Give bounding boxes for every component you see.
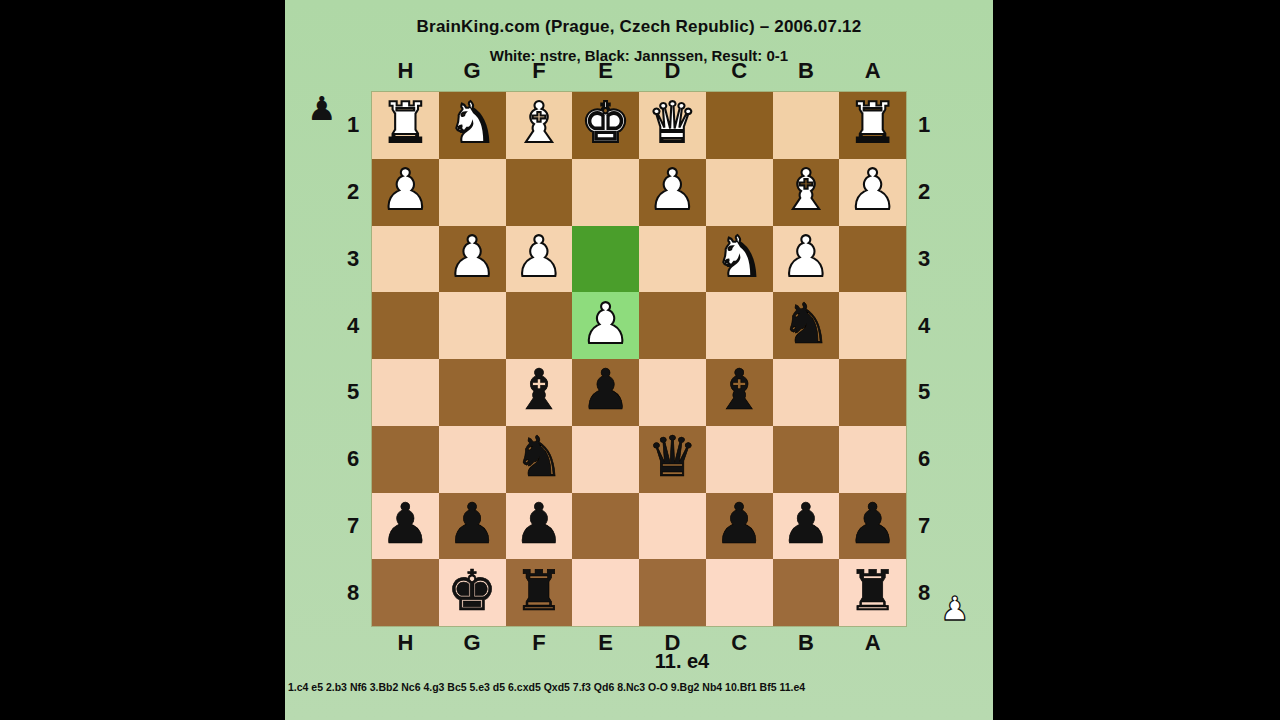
square-f1[interactable]: ♝ (506, 92, 573, 159)
square-g8[interactable]: ♚ (439, 559, 506, 626)
piece-black-bishop[interactable]: ♝ (714, 362, 764, 418)
piece-black-rook[interactable]: ♜ (848, 563, 898, 619)
square-e4[interactable]: ♟ (572, 292, 639, 359)
piece-white-rook[interactable]: ♜ (380, 95, 430, 151)
current-move-label: 11. e4 (415, 650, 949, 673)
piece-black-knight[interactable]: ♞ (781, 296, 831, 352)
square-f7[interactable]: ♟ (506, 493, 573, 560)
piece-white-knight[interactable]: ♞ (714, 229, 764, 285)
captured-black-pawn: ♟ (307, 92, 337, 125)
square-g4[interactable] (439, 292, 506, 359)
piece-white-king[interactable]: ♚ (581, 95, 631, 151)
square-c5[interactable]: ♝ (706, 359, 773, 426)
file-labels-top: HGFEDCBA (372, 58, 906, 84)
rank-labels-left: 12345678 (340, 92, 366, 626)
piece-black-knight[interactable]: ♞ (514, 429, 564, 485)
file-label-f: F (506, 58, 573, 84)
square-c2[interactable] (706, 159, 773, 226)
piece-white-pawn[interactable]: ♟ (581, 296, 631, 352)
rank-label-6: 6 (340, 426, 366, 493)
square-g5[interactable] (439, 359, 506, 426)
square-b1[interactable] (773, 92, 840, 159)
square-h1[interactable]: ♜ (372, 92, 439, 159)
square-d8[interactable] (639, 559, 706, 626)
square-f3[interactable]: ♟ (506, 226, 573, 293)
rank-label-8: 8 (911, 559, 937, 626)
square-c6[interactable] (706, 426, 773, 493)
square-g1[interactable]: ♞ (439, 92, 506, 159)
piece-white-bishop[interactable]: ♝ (781, 162, 831, 218)
piece-white-pawn[interactable]: ♟ (647, 162, 697, 218)
square-d7[interactable] (639, 493, 706, 560)
square-h6[interactable] (372, 426, 439, 493)
piece-black-pawn[interactable]: ♟ (380, 496, 430, 552)
rank-label-7: 7 (340, 493, 366, 560)
square-e2[interactable] (572, 159, 639, 226)
file-label-d: D (639, 58, 706, 84)
square-c8[interactable] (706, 559, 773, 626)
piece-black-pawn[interactable]: ♟ (447, 496, 497, 552)
square-f5[interactable]: ♝ (506, 359, 573, 426)
game-area: BrainKing.com (Prague, Czech Republic) –… (285, 0, 993, 720)
file-label-a: A (839, 58, 906, 84)
rank-labels-right: 12345678 (911, 92, 937, 626)
rank-label-2: 2 (340, 159, 366, 226)
square-a1[interactable]: ♜ (839, 92, 906, 159)
square-e1[interactable]: ♚ (572, 92, 639, 159)
square-d3[interactable] (639, 226, 706, 293)
piece-black-pawn[interactable]: ♟ (514, 496, 564, 552)
square-h8[interactable] (372, 559, 439, 626)
square-b7[interactable]: ♟ (773, 493, 840, 560)
square-c7[interactable]: ♟ (706, 493, 773, 560)
file-label-c: C (706, 58, 773, 84)
square-b8[interactable] (773, 559, 840, 626)
square-g7[interactable]: ♟ (439, 493, 506, 560)
file-label-g: G (439, 58, 506, 84)
square-d4[interactable] (639, 292, 706, 359)
piece-white-knight[interactable]: ♞ (447, 95, 497, 151)
captured-white-pawn: ♟ (940, 592, 970, 625)
piece-white-pawn[interactable]: ♟ (447, 229, 497, 285)
rank-label-4: 4 (340, 292, 366, 359)
square-e8[interactable] (572, 559, 639, 626)
square-c3[interactable]: ♞ (706, 226, 773, 293)
square-h4[interactable] (372, 292, 439, 359)
rank-label-1: 1 (911, 92, 937, 159)
piece-black-king[interactable]: ♚ (447, 563, 497, 619)
square-f8[interactable]: ♜ (506, 559, 573, 626)
square-e5[interactable]: ♟ (572, 359, 639, 426)
square-d6[interactable]: ♛ (639, 426, 706, 493)
square-a5[interactable] (839, 359, 906, 426)
page-title: BrainKing.com (Prague, Czech Republic) –… (285, 17, 993, 37)
square-a7[interactable]: ♟ (839, 493, 906, 560)
square-e3[interactable] (572, 226, 639, 293)
rank-label-4: 4 (911, 292, 937, 359)
rank-label-5: 5 (911, 359, 937, 426)
rank-label-1: 1 (340, 92, 366, 159)
square-a4[interactable] (839, 292, 906, 359)
square-h2[interactable]: ♟ (372, 159, 439, 226)
square-g6[interactable] (439, 426, 506, 493)
square-h3[interactable] (372, 226, 439, 293)
square-a3[interactable] (839, 226, 906, 293)
file-label-h: H (372, 58, 439, 84)
square-b3[interactable]: ♟ (773, 226, 840, 293)
square-d5[interactable] (639, 359, 706, 426)
file-label-b: B (773, 58, 840, 84)
rank-label-7: 7 (911, 493, 937, 560)
piece-black-pawn[interactable]: ♟ (714, 496, 764, 552)
square-b5[interactable] (773, 359, 840, 426)
rank-label-3: 3 (911, 226, 937, 293)
square-e6[interactable] (572, 426, 639, 493)
square-d1[interactable]: ♛ (639, 92, 706, 159)
square-c4[interactable] (706, 292, 773, 359)
piece-white-pawn[interactable]: ♟ (781, 229, 831, 285)
rank-label-8: 8 (340, 559, 366, 626)
piece-black-pawn[interactable]: ♟ (781, 496, 831, 552)
square-b2[interactable]: ♝ (773, 159, 840, 226)
move-list: 1.c4 e5 2.b3 Nf6 3.Bb2 Nc6 4.g3 Bc5 5.e3… (288, 681, 988, 693)
piece-white-bishop[interactable]: ♝ (514, 95, 564, 151)
chess-board: ♜♞♝♚♛♜♟♟♝♟♟♟♞♟♟♞♝♟♝♞♛♟♟♟♟♟♟♚♜♜ (372, 92, 906, 626)
square-h5[interactable] (372, 359, 439, 426)
square-h7[interactable]: ♟ (372, 493, 439, 560)
rank-label-3: 3 (340, 226, 366, 293)
piece-white-pawn[interactable]: ♟ (848, 162, 898, 218)
piece-black-bishop[interactable]: ♝ (514, 362, 564, 418)
piece-black-pawn[interactable]: ♟ (581, 362, 631, 418)
square-d2[interactable]: ♟ (639, 159, 706, 226)
square-f4[interactable] (506, 292, 573, 359)
rank-label-6: 6 (911, 426, 937, 493)
square-a2[interactable]: ♟ (839, 159, 906, 226)
square-b4[interactable]: ♞ (773, 292, 840, 359)
piece-white-queen[interactable]: ♛ (647, 95, 697, 151)
rank-label-5: 5 (340, 359, 366, 426)
piece-black-pawn[interactable]: ♟ (848, 496, 898, 552)
square-a6[interactable] (839, 426, 906, 493)
square-g3[interactable]: ♟ (439, 226, 506, 293)
piece-black-queen[interactable]: ♛ (647, 429, 697, 485)
square-a8[interactable]: ♜ (839, 559, 906, 626)
square-c1[interactable] (706, 92, 773, 159)
piece-white-pawn[interactable]: ♟ (514, 229, 564, 285)
square-f2[interactable] (506, 159, 573, 226)
square-g2[interactable] (439, 159, 506, 226)
square-e7[interactable] (572, 493, 639, 560)
video-frame: BrainKing.com (Prague, Czech Republic) –… (0, 0, 1280, 720)
piece-black-rook[interactable]: ♜ (514, 563, 564, 619)
piece-white-pawn[interactable]: ♟ (380, 162, 430, 218)
square-b6[interactable] (773, 426, 840, 493)
piece-white-rook[interactable]: ♜ (848, 95, 898, 151)
file-label-e: E (572, 58, 639, 84)
rank-label-2: 2 (911, 159, 937, 226)
square-f6[interactable]: ♞ (506, 426, 573, 493)
